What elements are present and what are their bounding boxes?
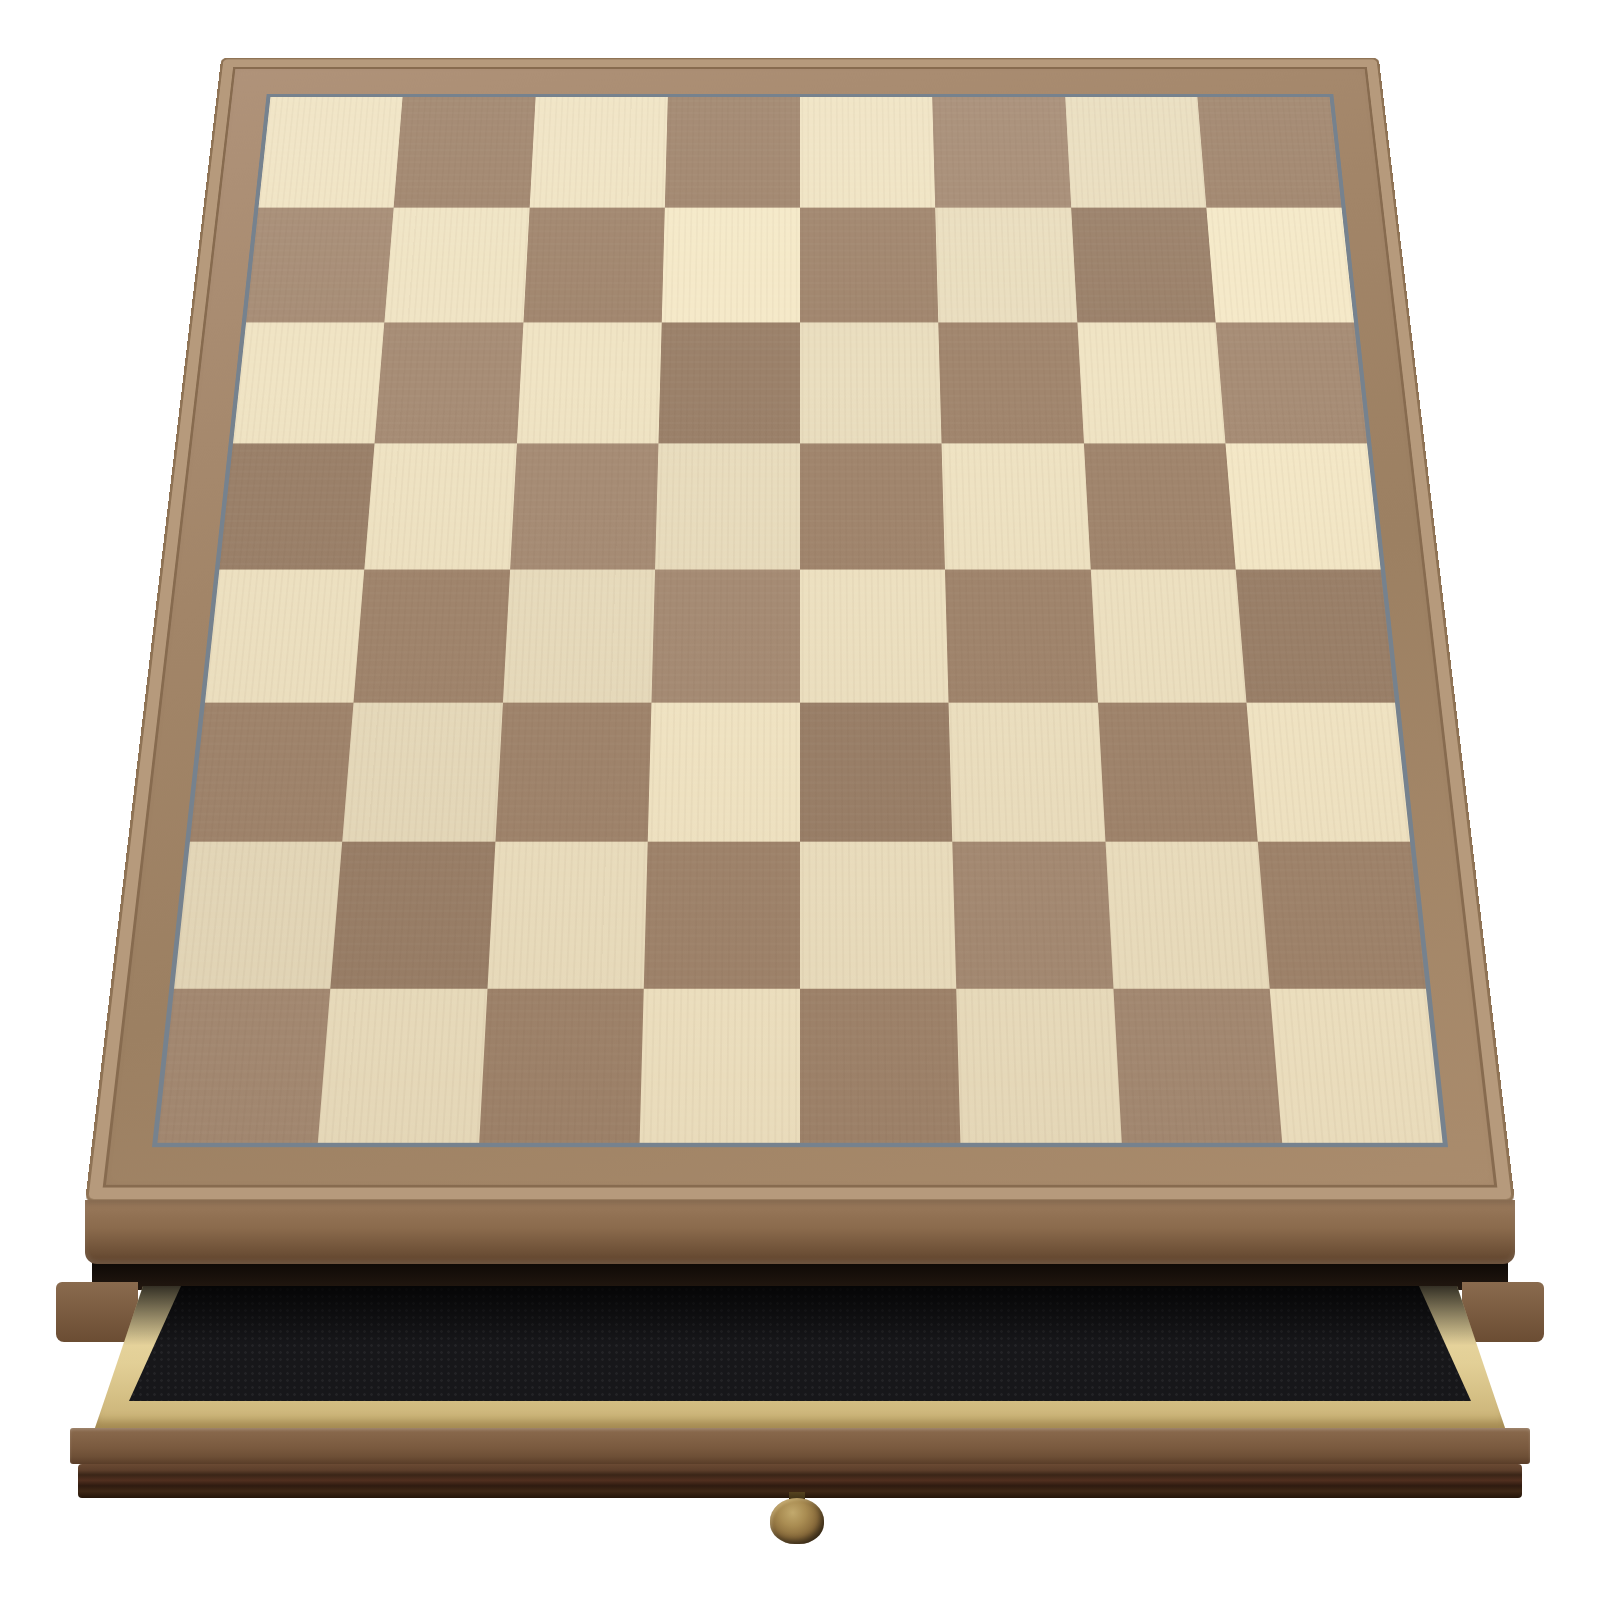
square-g4[interactable] [1090,570,1246,703]
square-h3[interactable] [1246,702,1410,841]
square-a5[interactable] [219,443,374,569]
square-g3[interactable] [1097,702,1257,841]
square-c8[interactable] [529,97,667,207]
square-d8[interactable] [665,97,800,207]
square-a2[interactable] [174,842,342,989]
box-side-left [56,1282,138,1342]
square-g2[interactable] [1105,842,1269,989]
square-a8[interactable] [259,97,403,207]
square-d5[interactable] [655,443,800,569]
square-d7[interactable] [662,207,800,322]
square-a3[interactable] [190,702,354,841]
square-c1[interactable] [479,988,644,1142]
square-d1[interactable] [639,988,800,1142]
chess-board [157,97,1442,1143]
square-h8[interactable] [1197,97,1341,207]
board-frame [85,58,1515,1202]
box-side-right [1462,1282,1544,1342]
square-b4[interactable] [354,570,510,703]
square-a4[interactable] [205,570,365,703]
square-b5[interactable] [365,443,517,569]
square-e7[interactable] [800,207,938,322]
square-c2[interactable] [487,842,647,989]
square-c6[interactable] [517,322,662,443]
square-f4[interactable] [945,570,1097,703]
square-g6[interactable] [1077,322,1225,443]
drawer-foam-liner [95,1286,1505,1428]
square-f3[interactable] [949,702,1105,841]
square-e5[interactable] [800,443,945,569]
drawer-maple-rim [95,1286,1505,1428]
square-d6[interactable] [658,322,800,443]
square-d2[interactable] [644,842,800,989]
square-e6[interactable] [800,322,942,443]
drawer-opening-shadow [92,1260,1508,1290]
square-g7[interactable] [1071,207,1216,322]
square-a1[interactable] [157,988,330,1142]
board-inlay-border [152,94,1448,1147]
square-e1[interactable] [800,988,961,1142]
square-h1[interactable] [1269,988,1442,1142]
product-photo-background [0,0,1600,1600]
square-f1[interactable] [956,988,1121,1142]
square-f5[interactable] [942,443,1091,569]
square-h4[interactable] [1235,570,1395,703]
board-front-edge [85,1200,1515,1264]
square-b6[interactable] [375,322,523,443]
square-h7[interactable] [1206,207,1354,322]
square-g1[interactable] [1113,988,1282,1142]
square-f6[interactable] [938,322,1083,443]
square-h6[interactable] [1215,322,1367,443]
square-c5[interactable] [510,443,659,569]
square-f7[interactable] [935,207,1077,322]
square-d4[interactable] [651,570,800,703]
square-c3[interactable] [495,702,651,841]
square-c4[interactable] [503,570,655,703]
square-e8[interactable] [800,97,935,207]
square-g8[interactable] [1065,97,1206,207]
square-b8[interactable] [394,97,535,207]
square-b7[interactable] [385,207,530,322]
square-h5[interactable] [1225,443,1380,569]
square-e2[interactable] [800,842,956,989]
square-a7[interactable] [246,207,394,322]
drawer-knob[interactable] [770,1498,824,1544]
square-b2[interactable] [331,842,495,989]
drawer-front [70,1428,1530,1464]
square-b1[interactable] [318,988,487,1142]
square-e3[interactable] [800,702,953,841]
square-d3[interactable] [647,702,800,841]
square-g5[interactable] [1083,443,1235,569]
square-b3[interactable] [342,702,502,841]
square-e4[interactable] [800,570,949,703]
square-f8[interactable] [932,97,1070,207]
square-h2[interactable] [1258,842,1426,989]
square-c7[interactable] [523,207,665,322]
square-a6[interactable] [233,322,385,443]
square-f2[interactable] [953,842,1113,989]
